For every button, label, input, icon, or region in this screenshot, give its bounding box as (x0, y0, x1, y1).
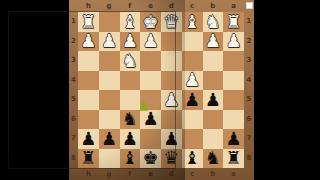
file-label-bottom-f: f (120, 168, 141, 180)
square-c4[interactable]: ♟ (182, 71, 203, 91)
square-e2[interactable]: ♟ (140, 32, 161, 52)
piece-bN-f6: ♞ (122, 110, 138, 128)
square-f1[interactable]: ♝ (120, 12, 141, 32)
square-h5[interactable] (78, 90, 99, 110)
rank-label-right-7: 7 (244, 129, 254, 149)
square-b7[interactable] (203, 129, 224, 149)
rank-label-left-4: 4 (69, 71, 78, 91)
square-d2[interactable] (161, 32, 182, 52)
square-g2[interactable]: ♟ (99, 32, 120, 52)
piece-bP-e6: ♟ (143, 110, 159, 128)
file-label-bottom-h: h (78, 168, 99, 180)
square-e4[interactable] (140, 71, 161, 91)
piece-wQ-d1: ♛ (163, 13, 179, 31)
piece-wP-f2: ♟ (122, 32, 138, 50)
square-e5[interactable] (140, 90, 161, 110)
piece-wP-d5: ♟ (163, 91, 179, 109)
piece-wP-a2: ♟ (226, 32, 242, 50)
square-a6[interactable] (223, 110, 244, 130)
piece-wP-h2: ♟ (80, 32, 96, 50)
piece-wP-g2: ♟ (101, 32, 117, 50)
square-d6[interactable] (161, 110, 182, 130)
piece-wR-h1: ♜ (80, 13, 96, 31)
piece-bN-b8: ♞ (205, 149, 221, 167)
piece-bB-c8: ♝ (184, 149, 200, 167)
square-h3[interactable] (78, 51, 99, 71)
piece-wN-f3: ♞ (122, 52, 138, 70)
rank-label-left-8: 8 (69, 149, 78, 169)
rank-label-left-7: 7 (69, 129, 78, 149)
square-b2[interactable]: ♟ (203, 32, 224, 52)
square-b3[interactable] (203, 51, 224, 71)
square-c8[interactable]: ♝ (182, 149, 203, 169)
board-corner-top-right (244, 0, 254, 12)
screenshot-stage: hgfedcba1♜♝♚♛♝♞♜12♟♟♟♟♟♟23♞34♟45♟♟♟56♞♟6… (0, 0, 320, 180)
square-e7[interactable] (140, 129, 161, 149)
square-h1[interactable]: ♜ (78, 12, 99, 32)
square-d8[interactable]: ♛ (161, 149, 182, 169)
rank-label-right-4: 4 (244, 71, 254, 91)
file-label-bottom-e: e (140, 168, 161, 180)
rank-label-right-6: 6 (244, 110, 254, 130)
square-e1[interactable]: ♚ (140, 12, 161, 32)
square-e3[interactable] (140, 51, 161, 71)
square-e8[interactable]: ♚ (140, 149, 161, 169)
square-b8[interactable]: ♞ (203, 149, 224, 169)
board-corner-bottom-right (244, 168, 254, 180)
piece-bP-d7: ♟ (163, 130, 179, 148)
square-d3[interactable] (161, 51, 182, 71)
square-h6[interactable] (78, 110, 99, 130)
square-a8[interactable]: ♜ (223, 149, 244, 169)
square-d7[interactable]: ♟ (161, 129, 182, 149)
square-g5[interactable] (99, 90, 120, 110)
rank-label-right-3: 3 (244, 51, 254, 71)
rank-label-right-5: 5 (244, 90, 254, 110)
square-b5[interactable]: ♟ (203, 90, 224, 110)
square-g4[interactable] (99, 71, 120, 91)
square-g8[interactable] (99, 149, 120, 169)
square-a7[interactable]: ♟ (223, 129, 244, 149)
rank-label-left-3: 3 (69, 51, 78, 71)
square-a4[interactable] (223, 71, 244, 91)
square-c3[interactable] (182, 51, 203, 71)
piece-wP-e2: ♟ (143, 32, 159, 50)
square-c5[interactable]: ♟ (182, 90, 203, 110)
file-label-top-g: g (99, 0, 120, 12)
board-corner-top-left (69, 0, 78, 12)
piece-bP-a7: ♟ (226, 130, 242, 148)
square-d4[interactable] (161, 71, 182, 91)
square-h2[interactable]: ♟ (78, 32, 99, 52)
square-g3[interactable] (99, 51, 120, 71)
square-d1[interactable]: ♛ (161, 12, 182, 32)
piece-bP-g7: ♟ (101, 130, 117, 148)
file-label-bottom-a: a (223, 168, 244, 180)
piece-bR-a8: ♜ (226, 149, 242, 167)
file-label-bottom-c: c (182, 168, 203, 180)
piece-bQ-d8: ♛ (163, 149, 179, 167)
file-label-bottom-g: g (99, 168, 120, 180)
square-f7[interactable]: ♟ (120, 129, 141, 149)
square-c6[interactable] (182, 110, 203, 130)
square-f4[interactable] (120, 71, 141, 91)
square-c2[interactable] (182, 32, 203, 52)
piece-bR-h8: ♜ (80, 149, 96, 167)
chess-board-frame: hgfedcba1♜♝♚♛♝♞♜12♟♟♟♟♟♟23♞34♟45♟♟♟56♞♟6… (69, 0, 254, 180)
square-a1[interactable]: ♜ (223, 12, 244, 32)
square-h8[interactable]: ♜ (78, 149, 99, 169)
piece-wR-a1: ♜ (226, 13, 242, 31)
piece-bK-e8: ♚ (143, 149, 159, 167)
rank-label-left-1: 1 (69, 12, 78, 32)
rank-label-left-2: 2 (69, 32, 78, 52)
rank-label-left-6: 6 (69, 110, 78, 130)
square-a5[interactable] (223, 90, 244, 110)
square-d5[interactable]: ♟ (161, 90, 182, 110)
square-h4[interactable] (78, 71, 99, 91)
piece-wK-e1: ♚ (143, 13, 159, 31)
board-corner-bottom-left (69, 168, 78, 180)
piece-wP-c4: ♟ (184, 71, 200, 89)
piece-wB-c1: ♝ (184, 13, 200, 31)
piece-bP-b5: ♟ (205, 91, 221, 109)
square-f8[interactable]: ♝ (120, 149, 141, 169)
square-g1[interactable] (99, 12, 120, 32)
square-b4[interactable] (203, 71, 224, 91)
rank-label-right-2: 2 (244, 32, 254, 52)
square-f3[interactable]: ♞ (120, 51, 141, 71)
file-label-bottom-b: b (203, 168, 224, 180)
piece-bP-h7: ♟ (80, 130, 96, 148)
piece-wB-f1: ♝ (122, 13, 138, 31)
square-g6[interactable] (99, 110, 120, 130)
piece-bB-f8: ♝ (122, 149, 138, 167)
square-a3[interactable] (223, 51, 244, 71)
square-f6[interactable]: ♞ (120, 110, 141, 130)
square-e6[interactable]: ♟ (140, 110, 161, 130)
rank-label-right-1: 1 (244, 12, 254, 32)
square-b1[interactable]: ♞ (203, 12, 224, 32)
square-h7[interactable]: ♟ (78, 129, 99, 149)
square-a2[interactable]: ♟ (223, 32, 244, 52)
square-g7[interactable]: ♟ (99, 129, 120, 149)
piece-bP-c5: ♟ (184, 91, 200, 109)
piece-wN-b1: ♞ (205, 13, 221, 31)
square-b6[interactable] (203, 110, 224, 130)
file-label-bottom-d: d (161, 168, 182, 180)
rank-label-right-8: 8 (244, 149, 254, 169)
square-f2[interactable]: ♟ (120, 32, 141, 52)
rank-label-left-5: 5 (69, 90, 78, 110)
square-c7[interactable] (182, 129, 203, 149)
white-to-move-indicator (246, 2, 253, 9)
piece-wP-b2: ♟ (205, 32, 221, 50)
piece-bP-f7: ♟ (122, 130, 138, 148)
square-c1[interactable]: ♝ (182, 12, 203, 32)
square-f5[interactable] (120, 90, 141, 110)
